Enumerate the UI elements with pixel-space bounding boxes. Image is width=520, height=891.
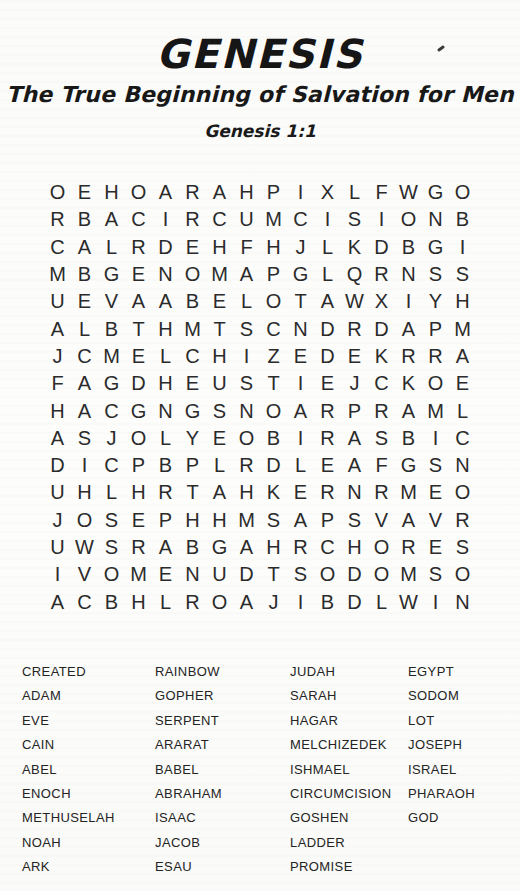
grid-cell-r3c6: E — [179, 234, 206, 261]
word-search-grid: OEHOARAHPIXLFWGORBACIRCUMCISIONBCALRDEHF… — [44, 179, 476, 616]
grid-cell-r13c10: A — [287, 507, 314, 534]
puzzle-page: GENESIS The True Beginning of Salvation … — [0, 0, 520, 891]
word-item: HAGAR — [290, 709, 392, 733]
grid-cell-r3c5: D — [152, 234, 179, 261]
grid-cell-r13c14: A — [395, 507, 422, 534]
grid-cell-r1c4: O — [125, 179, 152, 206]
grid-cell-r12c13: R — [368, 479, 395, 506]
grid-cell-r1c11: X — [314, 179, 341, 206]
grid-cell-r8c10: I — [287, 370, 314, 397]
grid-cell-r11c7: L — [206, 452, 233, 479]
grid-cell-r8c5: H — [152, 370, 179, 397]
grid-cell-r15c7: U — [206, 561, 233, 588]
grid-cell-r8c11: E — [314, 370, 341, 397]
grid-cell-r14c3: S — [98, 534, 125, 561]
grid-cell-r14c6: B — [179, 534, 206, 561]
grid-cell-r7c7: H — [206, 343, 233, 370]
grid-cell-r4c15: S — [422, 261, 449, 288]
grid-cell-r13c4: E — [125, 507, 152, 534]
grid-cell-r14c11: C — [314, 534, 341, 561]
word-item: BABEL — [155, 758, 222, 782]
grid-cell-r13c7: H — [206, 507, 233, 534]
grid-cell-r12c3: L — [98, 479, 125, 506]
grid-cell-r13c11: P — [314, 507, 341, 534]
page-subtitle: The True Beginning of Salvation for Men — [0, 83, 520, 107]
grid-cell-r13c8: M — [233, 507, 260, 534]
grid-cell-r4c6: O — [179, 261, 206, 288]
word-list-column-4: EGYPTSODOMLOTJOSEPHISRAELPHARAOHGOD — [408, 660, 475, 831]
grid-cell-r2c15: N — [422, 206, 449, 233]
grid-cell-r6c10: N — [287, 315, 314, 342]
grid-cell-r8c2: A — [71, 370, 98, 397]
grid-cell-r1c9: P — [260, 179, 287, 206]
grid-cell-r11c15: S — [422, 452, 449, 479]
grid-cell-r1c8: H — [233, 179, 260, 206]
grid-cell-r10c15: I — [422, 425, 449, 452]
grid-cell-r8c13: C — [368, 370, 395, 397]
grid-cell-r6c15: P — [422, 315, 449, 342]
grid-cell-r16c2: C — [71, 588, 98, 615]
grid-cell-r6c16: M — [449, 315, 476, 342]
word-item: GOSHEN — [290, 806, 392, 830]
grid-cell-r10c8: O — [233, 425, 260, 452]
grid-cell-r16c12: D — [341, 588, 368, 615]
grid-cell-r3c13: D — [368, 234, 395, 261]
grid-cell-r16c10: I — [287, 588, 314, 615]
grid-cell-r16c5: L — [152, 588, 179, 615]
word-item: LADDER — [290, 831, 392, 855]
grid-cell-r9c16: L — [449, 397, 476, 424]
grid-cell-r8c6: E — [179, 370, 206, 397]
grid-cell-r9c13: R — [368, 397, 395, 424]
grid-cell-r5c1: U — [44, 288, 71, 315]
grid-cell-r4c11: L — [314, 261, 341, 288]
grid-cell-r4c8: A — [233, 261, 260, 288]
word-list-column-2: RAINBOWGOPHERSERPENTARARATBABELABRAHAMIS… — [155, 660, 222, 880]
grid-cell-r13c1: J — [44, 507, 71, 534]
grid-cell-r13c15: V — [422, 507, 449, 534]
grid-cell-r5c11: A — [314, 288, 341, 315]
grid-cell-r11c8: R — [233, 452, 260, 479]
grid-cell-r16c13: L — [368, 588, 395, 615]
grid-cell-r5c13: X — [368, 288, 395, 315]
grid-cell-r11c14: G — [395, 452, 422, 479]
grid-cell-r3c2: A — [71, 234, 98, 261]
grid-cell-r10c6: Y — [179, 425, 206, 452]
grid-cell-r16c16: N — [449, 588, 476, 615]
grid-cell-r16c11: B — [314, 588, 341, 615]
grid-cell-r3c10: J — [287, 234, 314, 261]
grid-cell-r16c8: A — [233, 588, 260, 615]
grid-cell-r1c16: O — [449, 179, 476, 206]
grid-cell-r5c6: B — [179, 288, 206, 315]
grid-cell-r11c11: E — [314, 452, 341, 479]
word-item: ABRAHAM — [155, 782, 222, 806]
grid-cell-r8c1: F — [44, 370, 71, 397]
word-item: CIRCUMCISION — [290, 782, 392, 806]
grid-cell-r7c3: M — [98, 343, 125, 370]
grid-cell-r14c12: H — [341, 534, 368, 561]
grid-cell-r2c2: B — [71, 206, 98, 233]
word-item: METHUSELAH — [22, 806, 115, 830]
grid-cell-r2c11: I — [314, 206, 341, 233]
grid-cell-r4c9: P — [260, 261, 287, 288]
grid-cell-r7c15: R — [422, 343, 449, 370]
grid-cell-r15c1: I — [44, 561, 71, 588]
word-item: ARARAT — [155, 733, 222, 757]
grid-cell-r3c16: I — [449, 234, 476, 261]
word-item: EVE — [22, 709, 115, 733]
grid-cell-r1c1: O — [44, 179, 71, 206]
grid-cell-r15c9: T — [260, 561, 287, 588]
grid-cell-r13c13: V — [368, 507, 395, 534]
grid-cell-r4c13: R — [368, 261, 395, 288]
grid-cell-r1c5: A — [152, 179, 179, 206]
grid-cell-r16c14: W — [395, 588, 422, 615]
grid-cell-r14c16: S — [449, 534, 476, 561]
grid-cell-r13c2: O — [71, 507, 98, 534]
grid-cell-r3c9: H — [260, 234, 287, 261]
word-item: SODOM — [408, 684, 475, 708]
grid-cell-r9c11: R — [314, 397, 341, 424]
grid-cell-r12c9: K — [260, 479, 287, 506]
grid-cell-r8c16: E — [449, 370, 476, 397]
grid-cell-r4c3: G — [98, 261, 125, 288]
grid-cell-r2c14: O — [395, 206, 422, 233]
grid-cell-r15c15: S — [422, 561, 449, 588]
page-title: GENESIS — [0, 34, 520, 74]
word-item: CAIN — [22, 733, 115, 757]
grid-cell-r15c12: D — [341, 561, 368, 588]
grid-cell-r7c10: E — [287, 343, 314, 370]
grid-cell-r1c6: R — [179, 179, 206, 206]
grid-cell-r14c5: A — [152, 534, 179, 561]
grid-cell-r9c15: M — [422, 397, 449, 424]
grid-cell-r7c2: C — [71, 343, 98, 370]
word-item: PROMISE — [290, 855, 392, 879]
grid-cell-r5c7: E — [206, 288, 233, 315]
grid-cell-r14c15: E — [422, 534, 449, 561]
grid-cell-r2c4: C — [125, 206, 152, 233]
grid-cell-r11c4: P — [125, 452, 152, 479]
grid-cell-r10c14: B — [395, 425, 422, 452]
grid-cell-r2c9: M — [260, 206, 287, 233]
grid-cell-r15c5: E — [152, 561, 179, 588]
grid-cell-r5c4: A — [125, 288, 152, 315]
grid-cell-r9c5: N — [152, 397, 179, 424]
grid-cell-r3c7: H — [206, 234, 233, 261]
grid-cell-r9c3: C — [98, 397, 125, 424]
grid-cell-r7c13: K — [368, 343, 395, 370]
grid-cell-r6c2: L — [71, 315, 98, 342]
grid-cell-r15c10: S — [287, 561, 314, 588]
word-item: MELCHIZEDEK — [290, 733, 392, 757]
grid-cell-r6c4: T — [125, 315, 152, 342]
grid-cell-r4c5: N — [152, 261, 179, 288]
grid-cell-r5c2: E — [71, 288, 98, 315]
grid-cell-r1c10: I — [287, 179, 314, 206]
grid-cell-r10c3: J — [98, 425, 125, 452]
grid-cell-r3c1: C — [44, 234, 71, 261]
grid-cell-r2c10: C — [287, 206, 314, 233]
word-item: LOT — [408, 709, 475, 733]
grid-cell-r9c9: O — [260, 397, 287, 424]
grid-cell-r11c16: N — [449, 452, 476, 479]
grid-cell-r2c7: C — [206, 206, 233, 233]
grid-cell-r10c4: O — [125, 425, 152, 452]
grid-cell-r7c6: C — [179, 343, 206, 370]
grid-cell-r16c15: I — [422, 588, 449, 615]
grid-cell-r14c7: G — [206, 534, 233, 561]
grid-cell-r6c6: M — [179, 315, 206, 342]
word-item: GOD — [408, 806, 475, 830]
grid-cell-r14c9: H — [260, 534, 287, 561]
word-item: ENOCH — [22, 782, 115, 806]
word-item: GOPHER — [155, 684, 222, 708]
grid-cell-r2c13: I — [368, 206, 395, 233]
grid-cell-r1c13: F — [368, 179, 395, 206]
grid-cell-r7c16: A — [449, 343, 476, 370]
grid-cell-r4c12: Q — [341, 261, 368, 288]
grid-cell-r2c5: I — [152, 206, 179, 233]
grid-cell-r6c12: R — [341, 315, 368, 342]
grid-cell-r3c11: L — [314, 234, 341, 261]
grid-cell-r12c1: U — [44, 479, 71, 506]
grid-cell-r15c14: M — [395, 561, 422, 588]
word-item: CREATED — [22, 660, 115, 684]
grid-cell-r5c8: L — [233, 288, 260, 315]
scripture-reference: Genesis 1:1 — [0, 121, 520, 141]
grid-cell-r15c2: V — [71, 561, 98, 588]
grid-cell-r10c5: L — [152, 425, 179, 452]
grid-cell-r7c1: J — [44, 343, 71, 370]
grid-cell-r14c13: O — [368, 534, 395, 561]
grid-cell-r6c8: S — [233, 315, 260, 342]
grid-cell-r6c3: B — [98, 315, 125, 342]
grid-cell-r10c9: B — [260, 425, 287, 452]
grid-cell-r8c12: J — [341, 370, 368, 397]
grid-cell-r1c12: L — [341, 179, 368, 206]
grid-cell-r7c14: R — [395, 343, 422, 370]
grid-cell-r13c6: H — [179, 507, 206, 534]
grid-cell-r8c8: S — [233, 370, 260, 397]
grid-cell-r3c3: L — [98, 234, 125, 261]
grid-cell-r13c5: P — [152, 507, 179, 534]
grid-cell-r13c16: R — [449, 507, 476, 534]
grid-cell-r11c6: P — [179, 452, 206, 479]
grid-cell-r4c14: N — [395, 261, 422, 288]
grid-cell-r3c4: R — [125, 234, 152, 261]
grid-cell-r4c16: S — [449, 261, 476, 288]
grid-cell-r14c1: U — [44, 534, 71, 561]
grid-cell-r10c12: A — [341, 425, 368, 452]
grid-cell-r10c10: I — [287, 425, 314, 452]
grid-cell-r6c11: D — [314, 315, 341, 342]
grid-cell-r7c11: D — [314, 343, 341, 370]
grid-cell-r6c1: A — [44, 315, 71, 342]
grid-cell-r13c9: S — [260, 507, 287, 534]
grid-cell-r8c14: K — [395, 370, 422, 397]
grid-cell-r3c12: K — [341, 234, 368, 261]
grid-cell-r6c9: C — [260, 315, 287, 342]
word-item: ARK — [22, 855, 115, 879]
grid-cell-r7c4: E — [125, 343, 152, 370]
grid-cell-r7c9: Z — [260, 343, 287, 370]
grid-cell-r14c8: A — [233, 534, 260, 561]
grid-cell-r5c9: O — [260, 288, 287, 315]
grid-cell-r11c5: B — [152, 452, 179, 479]
grid-cell-r12c16: O — [449, 479, 476, 506]
word-item: SARAH — [290, 684, 392, 708]
word-item: ISRAEL — [408, 758, 475, 782]
grid-cell-r15c4: M — [125, 561, 152, 588]
grid-cell-r4c1: M — [44, 261, 71, 288]
grid-cell-r15c13: O — [368, 561, 395, 588]
grid-cell-r15c6: N — [179, 561, 206, 588]
grid-cell-r10c11: R — [314, 425, 341, 452]
grid-cell-r9c7: S — [206, 397, 233, 424]
grid-cell-r5c14: I — [395, 288, 422, 315]
grid-cell-r10c2: S — [71, 425, 98, 452]
grid-cell-r9c4: G — [125, 397, 152, 424]
word-item: SERPENT — [155, 709, 222, 733]
grid-cell-r5c16: H — [449, 288, 476, 315]
grid-cell-r5c12: W — [341, 288, 368, 315]
grid-cell-r15c3: O — [98, 561, 125, 588]
grid-cell-r10c16: C — [449, 425, 476, 452]
grid-cell-r7c5: L — [152, 343, 179, 370]
grid-cell-r6c5: H — [152, 315, 179, 342]
grid-cell-r8c7: U — [206, 370, 233, 397]
grid-cell-r10c13: S — [368, 425, 395, 452]
grid-cell-r8c3: G — [98, 370, 125, 397]
grid-cell-r9c6: G — [179, 397, 206, 424]
grid-cell-r11c3: C — [98, 452, 125, 479]
grid-cell-r2c6: R — [179, 206, 206, 233]
word-item: ISHMAEL — [290, 758, 392, 782]
grid-cell-r4c10: G — [287, 261, 314, 288]
grid-cell-r12c11: R — [314, 479, 341, 506]
grid-cell-r9c14: A — [395, 397, 422, 424]
grid-cell-r2c16: B — [449, 206, 476, 233]
grid-cell-r16c4: H — [125, 588, 152, 615]
grid-cell-r12c6: T — [179, 479, 206, 506]
grid-cell-r14c2: W — [71, 534, 98, 561]
grid-cell-r6c14: A — [395, 315, 422, 342]
grid-cell-r15c16: O — [449, 561, 476, 588]
grid-cell-r14c14: R — [395, 534, 422, 561]
grid-cell-r10c7: E — [206, 425, 233, 452]
grid-cell-r14c10: R — [287, 534, 314, 561]
grid-cell-r5c15: Y — [422, 288, 449, 315]
grid-cell-r3c15: G — [422, 234, 449, 261]
grid-cell-r11c9: D — [260, 452, 287, 479]
grid-cell-r12c8: H — [233, 479, 260, 506]
grid-cell-r12c5: R — [152, 479, 179, 506]
grid-cell-r16c1: A — [44, 588, 71, 615]
grid-cell-r16c7: O — [206, 588, 233, 615]
grid-cell-r2c3: A — [98, 206, 125, 233]
grid-cell-r1c2: E — [71, 179, 98, 206]
grid-cell-r2c1: R — [44, 206, 71, 233]
grid-cell-r13c3: S — [98, 507, 125, 534]
grid-cell-r1c14: W — [395, 179, 422, 206]
word-list-column-1: CREATEDADAMEVECAINABELENOCHMETHUSELAHNOA… — [22, 660, 115, 880]
grid-cell-r9c10: A — [287, 397, 314, 424]
grid-cell-r13c12: S — [341, 507, 368, 534]
grid-cell-r12c14: M — [395, 479, 422, 506]
grid-cell-r16c3: B — [98, 588, 125, 615]
grid-cell-r6c13: D — [368, 315, 395, 342]
grid-cell-r14c4: R — [125, 534, 152, 561]
grid-cell-r15c11: O — [314, 561, 341, 588]
grid-cell-r7c12: E — [341, 343, 368, 370]
word-item: PHARAOH — [408, 782, 475, 806]
grid-cell-r2c8: U — [233, 206, 260, 233]
grid-cell-r11c12: A — [341, 452, 368, 479]
grid-cell-r6c7: T — [206, 315, 233, 342]
word-item: ADAM — [22, 684, 115, 708]
grid-cell-r11c1: D — [44, 452, 71, 479]
grid-cell-r12c2: H — [71, 479, 98, 506]
word-item: ISAAC — [155, 806, 222, 830]
word-item: ESAU — [155, 855, 222, 879]
grid-cell-r4c2: B — [71, 261, 98, 288]
grid-cell-r11c13: F — [368, 452, 395, 479]
grid-cell-r1c7: A — [206, 179, 233, 206]
grid-cell-r8c9: T — [260, 370, 287, 397]
word-list-column-3: JUDAHSARAHHAGARMELCHIZEDEKISHMAELCIRCUMC… — [290, 660, 392, 880]
grid-cell-r12c4: H — [125, 479, 152, 506]
grid-cell-r1c15: G — [422, 179, 449, 206]
grid-cell-r9c8: N — [233, 397, 260, 424]
grid-cell-r12c15: E — [422, 479, 449, 506]
grid-cell-r12c12: N — [341, 479, 368, 506]
grid-cell-r16c9: J — [260, 588, 287, 615]
grid-cell-r16c6: R — [179, 588, 206, 615]
grid-cell-r9c1: H — [44, 397, 71, 424]
grid-cell-r9c2: A — [71, 397, 98, 424]
word-item: EGYPT — [408, 660, 475, 684]
word-item: NOAH — [22, 831, 115, 855]
grid-cell-r8c4: D — [125, 370, 152, 397]
grid-cell-r5c10: T — [287, 288, 314, 315]
grid-cell-r3c8: F — [233, 234, 260, 261]
word-item: JUDAH — [290, 660, 392, 684]
word-item: RAINBOW — [155, 660, 222, 684]
grid-cell-r3c14: B — [395, 234, 422, 261]
word-item: JACOB — [155, 831, 222, 855]
grid-cell-r9c12: P — [341, 397, 368, 424]
grid-cell-r5c3: V — [98, 288, 125, 315]
grid-cell-r12c7: A — [206, 479, 233, 506]
grid-cell-r11c10: L — [287, 452, 314, 479]
grid-cell-r15c8: D — [233, 561, 260, 588]
word-item: ABEL — [22, 758, 115, 782]
grid-cell-r4c4: E — [125, 261, 152, 288]
grid-cell-r10c1: A — [44, 425, 71, 452]
grid-cell-r7c8: I — [233, 343, 260, 370]
grid-cell-r4c7: M — [206, 261, 233, 288]
grid-cell-r11c2: I — [71, 452, 98, 479]
word-item: JOSEPH — [408, 733, 475, 757]
grid-cell-r5c5: A — [152, 288, 179, 315]
grid-cell-r2c12: S — [341, 206, 368, 233]
grid-cell-r12c10: E — [287, 479, 314, 506]
grid-cell-r8c15: O — [422, 370, 449, 397]
grid-cell-r1c3: H — [98, 179, 125, 206]
